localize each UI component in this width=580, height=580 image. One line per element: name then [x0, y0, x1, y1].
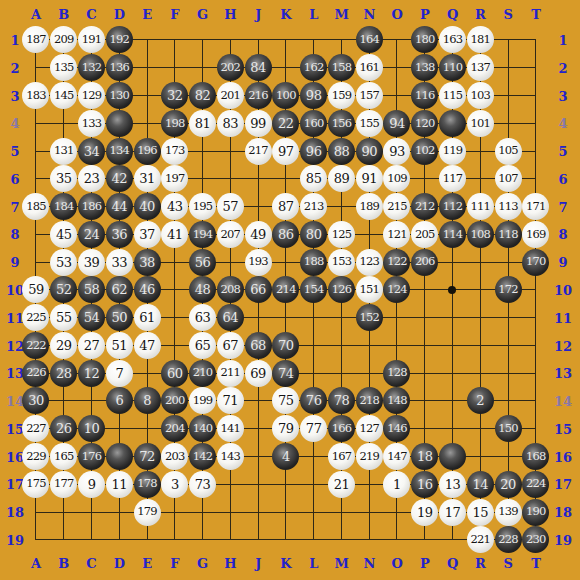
intersection-E15[interactable] — [133, 415, 161, 443]
intersection-J6[interactable] — [244, 165, 272, 193]
intersection-G5[interactable] — [189, 137, 217, 165]
intersection-M12[interactable] — [328, 332, 356, 360]
intersection-M5[interactable]: 88 — [328, 137, 356, 165]
intersection-L10[interactable]: 154 — [300, 276, 328, 304]
intersection-K9[interactable] — [272, 248, 300, 276]
intersection-Q16[interactable] — [439, 443, 467, 471]
intersection-J9[interactable]: 193 — [244, 248, 272, 276]
intersection-J8[interactable]: 49 — [244, 220, 272, 248]
intersection-J14[interactable] — [244, 387, 272, 415]
intersection-E9[interactable]: 38 — [133, 248, 161, 276]
intersection-S4[interactable] — [494, 109, 522, 137]
intersection-L1[interactable] — [300, 26, 328, 54]
intersection-H3[interactable]: 201 — [216, 82, 244, 110]
intersection-C12[interactable]: 27 — [78, 332, 106, 360]
intersection-D7[interactable]: 44 — [105, 193, 133, 221]
intersection-S5[interactable]: 105 — [494, 137, 522, 165]
intersection-A4[interactable] — [22, 109, 50, 137]
intersection-B3[interactable]: 145 — [50, 82, 78, 110]
intersection-S10[interactable]: 172 — [494, 276, 522, 304]
intersection-C3[interactable]: 129 — [78, 82, 106, 110]
intersection-S12[interactable] — [494, 332, 522, 360]
intersection-J16[interactable] — [244, 443, 272, 471]
intersection-B6[interactable]: 35 — [50, 165, 78, 193]
intersection-C4[interactable]: 133 — [78, 109, 106, 137]
intersection-Q15[interactable] — [439, 415, 467, 443]
intersection-K7[interactable]: 87 — [272, 193, 300, 221]
intersection-G1[interactable] — [189, 26, 217, 54]
intersection-H2[interactable]: 202 — [216, 54, 244, 82]
intersection-R12[interactable] — [466, 332, 494, 360]
intersection-S11[interactable] — [494, 304, 522, 332]
intersection-L15[interactable]: 77 — [300, 415, 328, 443]
intersection-A11[interactable]: 225 — [22, 304, 50, 332]
intersection-A10[interactable]: 59 — [22, 276, 50, 304]
intersection-C1[interactable]: 191 — [78, 26, 106, 54]
intersection-G19[interactable] — [189, 526, 217, 554]
intersection-F5[interactable]: 173 — [161, 137, 189, 165]
intersection-O7[interactable]: 215 — [383, 193, 411, 221]
intersection-B4[interactable] — [50, 109, 78, 137]
intersection-R14[interactable]: 2 — [466, 387, 494, 415]
intersection-R10[interactable] — [466, 276, 494, 304]
intersection-F4[interactable]: 198 — [161, 109, 189, 137]
intersection-Q14[interactable] — [439, 387, 467, 415]
intersection-L11[interactable] — [300, 304, 328, 332]
intersection-A2[interactable] — [22, 54, 50, 82]
intersection-B19[interactable] — [50, 526, 78, 554]
intersection-E2[interactable] — [133, 54, 161, 82]
intersection-N17[interactable] — [355, 470, 383, 498]
intersection-T6[interactable] — [522, 165, 550, 193]
intersection-Q4[interactable] — [439, 109, 467, 137]
intersection-O2[interactable] — [383, 54, 411, 82]
intersection-A13[interactable]: 226 — [22, 359, 50, 387]
intersection-T19[interactable]: 230 — [522, 526, 550, 554]
intersection-R9[interactable] — [466, 248, 494, 276]
intersection-B16[interactable]: 165 — [50, 443, 78, 471]
intersection-C9[interactable]: 39 — [78, 248, 106, 276]
intersection-L19[interactable] — [300, 526, 328, 554]
intersection-S17[interactable]: 20 — [494, 470, 522, 498]
intersection-N8[interactable] — [355, 220, 383, 248]
intersection-M13[interactable] — [328, 359, 356, 387]
intersection-R18[interactable]: 15 — [466, 498, 494, 526]
intersection-D13[interactable]: 7 — [105, 359, 133, 387]
intersection-E17[interactable]: 178 — [133, 470, 161, 498]
intersection-F19[interactable] — [161, 526, 189, 554]
intersection-S15[interactable]: 150 — [494, 415, 522, 443]
intersection-C11[interactable]: 54 — [78, 304, 106, 332]
intersection-C19[interactable] — [78, 526, 106, 554]
intersection-M16[interactable]: 167 — [328, 443, 356, 471]
intersection-L7[interactable]: 213 — [300, 193, 328, 221]
intersection-J3[interactable]: 216 — [244, 82, 272, 110]
intersection-O10[interactable]: 124 — [383, 276, 411, 304]
intersection-M7[interactable] — [328, 193, 356, 221]
intersection-S6[interactable]: 107 — [494, 165, 522, 193]
intersection-A18[interactable] — [22, 498, 50, 526]
intersection-F11[interactable] — [161, 304, 189, 332]
intersection-N19[interactable] — [355, 526, 383, 554]
intersection-O4[interactable]: 94 — [383, 109, 411, 137]
intersection-Q7[interactable]: 112 — [439, 193, 467, 221]
intersection-K18[interactable] — [272, 498, 300, 526]
intersection-K4[interactable]: 22 — [272, 109, 300, 137]
intersection-P8[interactable]: 205 — [411, 220, 439, 248]
intersection-L9[interactable]: 188 — [300, 248, 328, 276]
intersection-T16[interactable]: 168 — [522, 443, 550, 471]
intersection-B1[interactable]: 209 — [50, 26, 78, 54]
intersection-J13[interactable]: 69 — [244, 359, 272, 387]
intersection-D5[interactable]: 134 — [105, 137, 133, 165]
intersection-Q10[interactable] — [439, 276, 467, 304]
intersection-A3[interactable]: 183 — [22, 82, 50, 110]
intersection-P13[interactable] — [411, 359, 439, 387]
intersection-C8[interactable]: 24 — [78, 220, 106, 248]
intersection-L14[interactable]: 76 — [300, 387, 328, 415]
intersection-Q3[interactable]: 115 — [439, 82, 467, 110]
intersection-H18[interactable] — [216, 498, 244, 526]
intersection-O12[interactable] — [383, 332, 411, 360]
intersection-A5[interactable] — [22, 137, 50, 165]
intersection-J17[interactable] — [244, 470, 272, 498]
intersection-D1[interactable]: 192 — [105, 26, 133, 54]
intersection-O17[interactable]: 1 — [383, 470, 411, 498]
intersection-G13[interactable]: 210 — [189, 359, 217, 387]
intersection-H5[interactable] — [216, 137, 244, 165]
intersection-H17[interactable] — [216, 470, 244, 498]
intersection-B10[interactable]: 52 — [50, 276, 78, 304]
intersection-A8[interactable] — [22, 220, 50, 248]
intersection-N5[interactable]: 90 — [355, 137, 383, 165]
intersection-K10[interactable]: 214 — [272, 276, 300, 304]
intersection-G11[interactable]: 63 — [189, 304, 217, 332]
intersection-G2[interactable] — [189, 54, 217, 82]
intersection-K2[interactable] — [272, 54, 300, 82]
intersection-R19[interactable]: 221 — [466, 526, 494, 554]
intersection-H15[interactable]: 141 — [216, 415, 244, 443]
intersection-K5[interactable]: 97 — [272, 137, 300, 165]
intersection-E12[interactable]: 47 — [133, 332, 161, 360]
intersection-Q8[interactable]: 114 — [439, 220, 467, 248]
intersection-A6[interactable] — [22, 165, 50, 193]
intersection-B8[interactable]: 45 — [50, 220, 78, 248]
intersection-Q19[interactable] — [439, 526, 467, 554]
intersection-P5[interactable]: 102 — [411, 137, 439, 165]
intersection-C17[interactable]: 9 — [78, 470, 106, 498]
intersection-Q9[interactable] — [439, 248, 467, 276]
intersection-P12[interactable] — [411, 332, 439, 360]
intersection-E18[interactable]: 179 — [133, 498, 161, 526]
intersection-M4[interactable]: 156 — [328, 109, 356, 137]
intersection-C7[interactable]: 186 — [78, 193, 106, 221]
intersection-F10[interactable] — [161, 276, 189, 304]
intersection-H9[interactable] — [216, 248, 244, 276]
intersection-K6[interactable] — [272, 165, 300, 193]
intersection-G16[interactable]: 142 — [189, 443, 217, 471]
intersection-C10[interactable]: 58 — [78, 276, 106, 304]
intersection-Q11[interactable] — [439, 304, 467, 332]
intersection-A15[interactable]: 227 — [22, 415, 50, 443]
intersection-N15[interactable]: 127 — [355, 415, 383, 443]
intersection-L3[interactable]: 98 — [300, 82, 328, 110]
intersection-P14[interactable] — [411, 387, 439, 415]
intersection-D18[interactable] — [105, 498, 133, 526]
intersection-D12[interactable]: 51 — [105, 332, 133, 360]
intersection-B15[interactable]: 26 — [50, 415, 78, 443]
intersection-H13[interactable]: 211 — [216, 359, 244, 387]
intersection-L5[interactable]: 96 — [300, 137, 328, 165]
intersection-Q5[interactable]: 119 — [439, 137, 467, 165]
intersection-E8[interactable]: 37 — [133, 220, 161, 248]
intersection-S8[interactable]: 118 — [494, 220, 522, 248]
intersection-H4[interactable]: 83 — [216, 109, 244, 137]
intersection-F14[interactable]: 200 — [161, 387, 189, 415]
intersection-B14[interactable] — [50, 387, 78, 415]
intersection-L12[interactable] — [300, 332, 328, 360]
intersection-F2[interactable] — [161, 54, 189, 82]
intersection-A12[interactable]: 222 — [22, 332, 50, 360]
intersection-K14[interactable]: 75 — [272, 387, 300, 415]
intersection-D10[interactable]: 62 — [105, 276, 133, 304]
intersection-O19[interactable] — [383, 526, 411, 554]
intersection-C2[interactable]: 132 — [78, 54, 106, 82]
intersection-T14[interactable] — [522, 387, 550, 415]
intersection-L17[interactable] — [300, 470, 328, 498]
intersection-S19[interactable]: 228 — [494, 526, 522, 554]
intersection-A9[interactable] — [22, 248, 50, 276]
intersection-A14[interactable]: 30 — [22, 387, 50, 415]
intersection-T1[interactable] — [522, 26, 550, 54]
intersection-K19[interactable] — [272, 526, 300, 554]
intersection-L16[interactable] — [300, 443, 328, 471]
intersection-F13[interactable]: 60 — [161, 359, 189, 387]
intersection-P16[interactable]: 18 — [411, 443, 439, 471]
intersection-M3[interactable]: 159 — [328, 82, 356, 110]
intersection-N4[interactable]: 155 — [355, 109, 383, 137]
intersection-B18[interactable] — [50, 498, 78, 526]
intersection-D2[interactable]: 136 — [105, 54, 133, 82]
intersection-H12[interactable]: 67 — [216, 332, 244, 360]
intersection-O14[interactable]: 148 — [383, 387, 411, 415]
go-board[interactable]: 1872091911921641801631811351321362028416… — [22, 26, 550, 554]
intersection-J11[interactable] — [244, 304, 272, 332]
intersection-T4[interactable] — [522, 109, 550, 137]
intersection-S2[interactable] — [494, 54, 522, 82]
intersection-P18[interactable]: 19 — [411, 498, 439, 526]
intersection-H10[interactable]: 208 — [216, 276, 244, 304]
intersection-S18[interactable]: 139 — [494, 498, 522, 526]
intersection-N14[interactable]: 218 — [355, 387, 383, 415]
intersection-D17[interactable]: 11 — [105, 470, 133, 498]
intersection-F16[interactable]: 203 — [161, 443, 189, 471]
intersection-M8[interactable]: 125 — [328, 220, 356, 248]
intersection-F1[interactable] — [161, 26, 189, 54]
intersection-B9[interactable]: 53 — [50, 248, 78, 276]
intersection-H7[interactable]: 57 — [216, 193, 244, 221]
intersection-K17[interactable] — [272, 470, 300, 498]
intersection-T8[interactable]: 169 — [522, 220, 550, 248]
intersection-O15[interactable]: 146 — [383, 415, 411, 443]
intersection-P3[interactable]: 116 — [411, 82, 439, 110]
intersection-P15[interactable] — [411, 415, 439, 443]
intersection-G10[interactable]: 48 — [189, 276, 217, 304]
intersection-N2[interactable]: 161 — [355, 54, 383, 82]
intersection-L13[interactable] — [300, 359, 328, 387]
intersection-S9[interactable] — [494, 248, 522, 276]
intersection-R3[interactable]: 103 — [466, 82, 494, 110]
intersection-O11[interactable] — [383, 304, 411, 332]
intersection-M1[interactable] — [328, 26, 356, 54]
intersection-P19[interactable] — [411, 526, 439, 554]
intersection-H8[interactable]: 207 — [216, 220, 244, 248]
intersection-P17[interactable]: 16 — [411, 470, 439, 498]
intersection-H14[interactable]: 71 — [216, 387, 244, 415]
intersection-S3[interactable] — [494, 82, 522, 110]
intersection-P10[interactable] — [411, 276, 439, 304]
intersection-S16[interactable] — [494, 443, 522, 471]
intersection-P11[interactable] — [411, 304, 439, 332]
intersection-G17[interactable]: 73 — [189, 470, 217, 498]
intersection-E3[interactable] — [133, 82, 161, 110]
intersection-E5[interactable]: 196 — [133, 137, 161, 165]
intersection-R5[interactable] — [466, 137, 494, 165]
intersection-J15[interactable] — [244, 415, 272, 443]
intersection-D14[interactable]: 6 — [105, 387, 133, 415]
intersection-E14[interactable]: 8 — [133, 387, 161, 415]
intersection-B12[interactable]: 29 — [50, 332, 78, 360]
intersection-C18[interactable] — [78, 498, 106, 526]
intersection-T15[interactable] — [522, 415, 550, 443]
intersection-G4[interactable]: 81 — [189, 109, 217, 137]
intersection-O6[interactable]: 109 — [383, 165, 411, 193]
intersection-Q1[interactable]: 163 — [439, 26, 467, 54]
intersection-J2[interactable]: 84 — [244, 54, 272, 82]
intersection-M9[interactable]: 153 — [328, 248, 356, 276]
intersection-N16[interactable]: 219 — [355, 443, 383, 471]
intersection-F3[interactable]: 32 — [161, 82, 189, 110]
intersection-R8[interactable]: 108 — [466, 220, 494, 248]
intersection-S14[interactable] — [494, 387, 522, 415]
intersection-P7[interactable]: 212 — [411, 193, 439, 221]
intersection-O18[interactable] — [383, 498, 411, 526]
intersection-J1[interactable] — [244, 26, 272, 54]
intersection-C5[interactable]: 34 — [78, 137, 106, 165]
intersection-D3[interactable]: 130 — [105, 82, 133, 110]
intersection-R17[interactable]: 14 — [466, 470, 494, 498]
intersection-N1[interactable]: 164 — [355, 26, 383, 54]
intersection-O8[interactable]: 121 — [383, 220, 411, 248]
intersection-D8[interactable]: 36 — [105, 220, 133, 248]
intersection-M17[interactable]: 21 — [328, 470, 356, 498]
intersection-L2[interactable]: 162 — [300, 54, 328, 82]
intersection-R15[interactable] — [466, 415, 494, 443]
intersection-M2[interactable]: 158 — [328, 54, 356, 82]
intersection-D6[interactable]: 42 — [105, 165, 133, 193]
intersection-D9[interactable]: 33 — [105, 248, 133, 276]
intersection-C16[interactable]: 176 — [78, 443, 106, 471]
intersection-E19[interactable] — [133, 526, 161, 554]
intersection-K3[interactable]: 100 — [272, 82, 300, 110]
intersection-R16[interactable] — [466, 443, 494, 471]
intersection-D15[interactable] — [105, 415, 133, 443]
intersection-F9[interactable] — [161, 248, 189, 276]
intersection-F8[interactable]: 41 — [161, 220, 189, 248]
intersection-E10[interactable]: 46 — [133, 276, 161, 304]
intersection-F18[interactable] — [161, 498, 189, 526]
intersection-Q2[interactable]: 110 — [439, 54, 467, 82]
intersection-P9[interactable]: 206 — [411, 248, 439, 276]
intersection-M19[interactable] — [328, 526, 356, 554]
intersection-A19[interactable] — [22, 526, 50, 554]
intersection-J4[interactable]: 99 — [244, 109, 272, 137]
intersection-J12[interactable]: 68 — [244, 332, 272, 360]
intersection-E7[interactable]: 40 — [133, 193, 161, 221]
intersection-C13[interactable]: 12 — [78, 359, 106, 387]
intersection-O9[interactable]: 122 — [383, 248, 411, 276]
intersection-M10[interactable]: 126 — [328, 276, 356, 304]
intersection-R7[interactable]: 111 — [466, 193, 494, 221]
intersection-G3[interactable]: 82 — [189, 82, 217, 110]
intersection-K13[interactable]: 74 — [272, 359, 300, 387]
intersection-M11[interactable] — [328, 304, 356, 332]
intersection-E13[interactable] — [133, 359, 161, 387]
intersection-N9[interactable]: 123 — [355, 248, 383, 276]
intersection-R11[interactable] — [466, 304, 494, 332]
intersection-E1[interactable] — [133, 26, 161, 54]
intersection-R4[interactable]: 101 — [466, 109, 494, 137]
intersection-J19[interactable] — [244, 526, 272, 554]
intersection-T9[interactable]: 170 — [522, 248, 550, 276]
intersection-O5[interactable]: 93 — [383, 137, 411, 165]
intersection-N12[interactable] — [355, 332, 383, 360]
intersection-P1[interactable]: 180 — [411, 26, 439, 54]
intersection-E16[interactable]: 72 — [133, 443, 161, 471]
intersection-N6[interactable]: 91 — [355, 165, 383, 193]
intersection-K1[interactable] — [272, 26, 300, 54]
intersection-K15[interactable]: 79 — [272, 415, 300, 443]
intersection-Q18[interactable]: 17 — [439, 498, 467, 526]
intersection-N3[interactable]: 157 — [355, 82, 383, 110]
intersection-N7[interactable]: 189 — [355, 193, 383, 221]
intersection-M14[interactable]: 78 — [328, 387, 356, 415]
intersection-M15[interactable]: 166 — [328, 415, 356, 443]
intersection-N13[interactable] — [355, 359, 383, 387]
intersection-B17[interactable]: 177 — [50, 470, 78, 498]
intersection-O3[interactable] — [383, 82, 411, 110]
intersection-G9[interactable]: 56 — [189, 248, 217, 276]
intersection-O16[interactable]: 147 — [383, 443, 411, 471]
intersection-B2[interactable]: 135 — [50, 54, 78, 82]
intersection-G7[interactable]: 195 — [189, 193, 217, 221]
intersection-T3[interactable] — [522, 82, 550, 110]
intersection-H6[interactable] — [216, 165, 244, 193]
intersection-E4[interactable] — [133, 109, 161, 137]
intersection-P6[interactable] — [411, 165, 439, 193]
intersection-J18[interactable] — [244, 498, 272, 526]
intersection-F7[interactable]: 43 — [161, 193, 189, 221]
intersection-O1[interactable] — [383, 26, 411, 54]
intersection-L8[interactable]: 80 — [300, 220, 328, 248]
intersection-F15[interactable]: 204 — [161, 415, 189, 443]
intersection-E6[interactable]: 31 — [133, 165, 161, 193]
intersection-J7[interactable] — [244, 193, 272, 221]
intersection-R1[interactable]: 181 — [466, 26, 494, 54]
intersection-C15[interactable]: 10 — [78, 415, 106, 443]
intersection-L4[interactable]: 160 — [300, 109, 328, 137]
intersection-T10[interactable] — [522, 276, 550, 304]
